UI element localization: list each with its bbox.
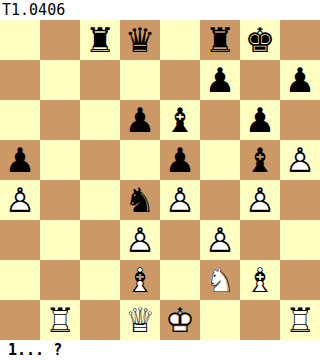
piece-white-knight-outline: ♘ — [200, 260, 240, 300]
square-g8[interactable]: ♚ — [240, 20, 280, 60]
piece-black-pawn[interactable]: ♟ — [200, 60, 240, 100]
square-h2[interactable] — [280, 260, 320, 300]
square-h1[interactable]: ♜♖ — [280, 300, 320, 340]
square-f4[interactable] — [200, 180, 240, 220]
piece-white-bishop-outline: ♗ — [120, 260, 160, 300]
square-f6[interactable] — [200, 100, 240, 140]
square-b5[interactable] — [40, 140, 80, 180]
square-f2[interactable]: ♞♘ — [200, 260, 240, 300]
piece-white-bishop-outline: ♗ — [240, 260, 280, 300]
square-a4[interactable]: ♟♙ — [0, 180, 40, 220]
piece-white-king[interactable]: ♚♔ — [160, 300, 200, 340]
square-c1[interactable] — [80, 300, 120, 340]
square-f3[interactable]: ♟♙ — [200, 220, 240, 260]
piece-black-pawn[interactable]: ♟ — [240, 100, 280, 140]
square-b8[interactable] — [40, 20, 80, 60]
square-e1[interactable]: ♚♔ — [160, 300, 200, 340]
square-g7[interactable] — [240, 60, 280, 100]
square-a8[interactable] — [0, 20, 40, 60]
piece-white-pawn-outline: ♙ — [0, 180, 40, 220]
square-d7[interactable] — [120, 60, 160, 100]
piece-black-rook[interactable]: ♜ — [80, 20, 120, 60]
square-a7[interactable] — [0, 60, 40, 100]
square-h5[interactable]: ♟♙ — [280, 140, 320, 180]
square-e6[interactable]: ♝ — [160, 100, 200, 140]
square-b7[interactable] — [40, 60, 80, 100]
square-b4[interactable] — [40, 180, 80, 220]
square-h4[interactable] — [280, 180, 320, 220]
square-d1[interactable]: ♛♕ — [120, 300, 160, 340]
piece-white-pawn-outline: ♙ — [240, 180, 280, 220]
square-g2[interactable]: ♝♗ — [240, 260, 280, 300]
square-c6[interactable] — [80, 100, 120, 140]
square-c8[interactable]: ♜ — [80, 20, 120, 60]
square-g3[interactable] — [240, 220, 280, 260]
chess-puzzle-page: T1.0406 ♜♛♜♚♟♟♟♝♟♟♟♝♟♙♟♙♞♟♙♟♙♟♙♟♙♝♗♞♘♝♗♜… — [0, 0, 320, 360]
piece-black-pawn[interactable]: ♟ — [0, 140, 40, 180]
piece-white-knight[interactable]: ♞♘ — [200, 260, 240, 300]
piece-white-pawn-outline: ♙ — [120, 220, 160, 260]
square-b3[interactable] — [40, 220, 80, 260]
piece-white-queen[interactable]: ♛♕ — [120, 300, 160, 340]
piece-white-pawn[interactable]: ♟♙ — [0, 180, 40, 220]
piece-white-pawn-outline: ♙ — [280, 140, 320, 180]
square-a6[interactable] — [0, 100, 40, 140]
square-h3[interactable] — [280, 220, 320, 260]
square-h7[interactable]: ♟ — [280, 60, 320, 100]
square-b1[interactable]: ♜♖ — [40, 300, 80, 340]
square-c5[interactable] — [80, 140, 120, 180]
square-g1[interactable] — [240, 300, 280, 340]
square-c3[interactable] — [80, 220, 120, 260]
square-a2[interactable] — [0, 260, 40, 300]
piece-white-rook-outline: ♖ — [280, 300, 320, 340]
square-f1[interactable] — [200, 300, 240, 340]
square-e7[interactable] — [160, 60, 200, 100]
square-d8[interactable]: ♛ — [120, 20, 160, 60]
square-g6[interactable]: ♟ — [240, 100, 280, 140]
square-e2[interactable] — [160, 260, 200, 300]
piece-black-rook[interactable]: ♜ — [200, 20, 240, 60]
square-e8[interactable] — [160, 20, 200, 60]
piece-black-pawn[interactable]: ♟ — [120, 100, 160, 140]
square-b6[interactable] — [40, 100, 80, 140]
square-d3[interactable]: ♟♙ — [120, 220, 160, 260]
square-c7[interactable] — [80, 60, 120, 100]
square-e5[interactable]: ♟ — [160, 140, 200, 180]
square-e3[interactable] — [160, 220, 200, 260]
piece-white-pawn-outline: ♙ — [200, 220, 240, 260]
piece-white-pawn[interactable]: ♟♙ — [120, 220, 160, 260]
square-b2[interactable] — [40, 260, 80, 300]
square-d5[interactable] — [120, 140, 160, 180]
square-h8[interactable] — [280, 20, 320, 60]
square-g5[interactable]: ♝ — [240, 140, 280, 180]
piece-white-rook[interactable]: ♜♖ — [280, 300, 320, 340]
piece-black-bishop[interactable]: ♝ — [240, 140, 280, 180]
piece-black-king[interactable]: ♚ — [240, 20, 280, 60]
piece-black-knight[interactable]: ♞ — [120, 180, 160, 220]
square-c2[interactable] — [80, 260, 120, 300]
piece-white-pawn[interactable]: ♟♙ — [200, 220, 240, 260]
piece-white-king-outline: ♔ — [160, 300, 200, 340]
piece-white-pawn-outline: ♙ — [160, 180, 200, 220]
header-bar: T1.0406 — [0, 0, 320, 20]
square-d2[interactable]: ♝♗ — [120, 260, 160, 300]
square-d6[interactable]: ♟ — [120, 100, 160, 140]
piece-white-pawn[interactable]: ♟♙ — [280, 140, 320, 180]
piece-black-pawn[interactable]: ♟ — [160, 140, 200, 180]
square-e4[interactable]: ♟♙ — [160, 180, 200, 220]
piece-black-bishop[interactable]: ♝ — [160, 100, 200, 140]
square-a1[interactable] — [0, 300, 40, 340]
chess-board: ♜♛♜♚♟♟♟♝♟♟♟♝♟♙♟♙♞♟♙♟♙♟♙♟♙♝♗♞♘♝♗♜♖♛♕♚♔♜♖ — [0, 20, 320, 340]
puzzle-id: T1.0406 — [2, 0, 65, 20]
piece-white-queen-outline: ♕ — [120, 300, 160, 340]
piece-white-rook[interactable]: ♜♖ — [40, 300, 80, 340]
square-c4[interactable] — [80, 180, 120, 220]
piece-white-bishop[interactable]: ♝♗ — [120, 260, 160, 300]
footer-bar: 1... ? — [0, 340, 320, 360]
move-prompt: 1... ? — [8, 340, 62, 360]
square-d4[interactable]: ♞ — [120, 180, 160, 220]
square-f8[interactable]: ♜ — [200, 20, 240, 60]
piece-white-bishop[interactable]: ♝♗ — [240, 260, 280, 300]
piece-white-pawn[interactable]: ♟♙ — [160, 180, 200, 220]
piece-black-queen[interactable]: ♛ — [120, 20, 160, 60]
square-f7[interactable]: ♟ — [200, 60, 240, 100]
square-g4[interactable]: ♟♙ — [240, 180, 280, 220]
square-h6[interactable] — [280, 100, 320, 140]
square-f5[interactable] — [200, 140, 240, 180]
square-a3[interactable] — [0, 220, 40, 260]
piece-white-rook-outline: ♖ — [40, 300, 80, 340]
piece-white-pawn[interactable]: ♟♙ — [240, 180, 280, 220]
square-a5[interactable]: ♟ — [0, 140, 40, 180]
piece-black-pawn[interactable]: ♟ — [280, 60, 320, 100]
